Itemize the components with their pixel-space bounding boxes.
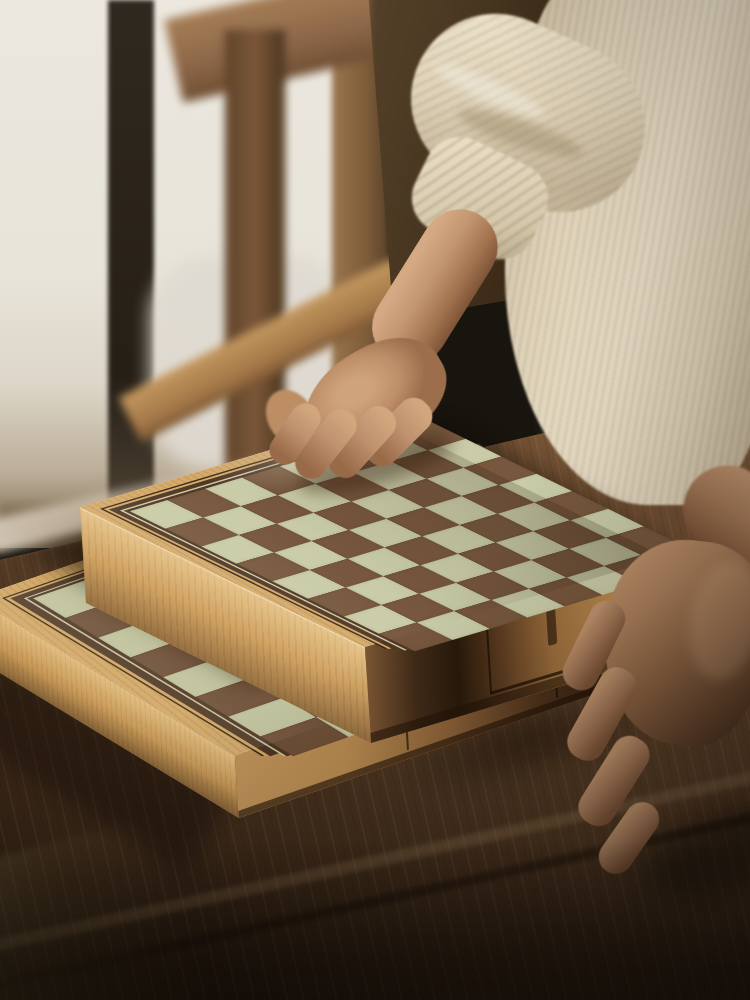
vignette-bottom	[0, 0, 750, 1000]
scene-photo	[0, 0, 750, 1000]
